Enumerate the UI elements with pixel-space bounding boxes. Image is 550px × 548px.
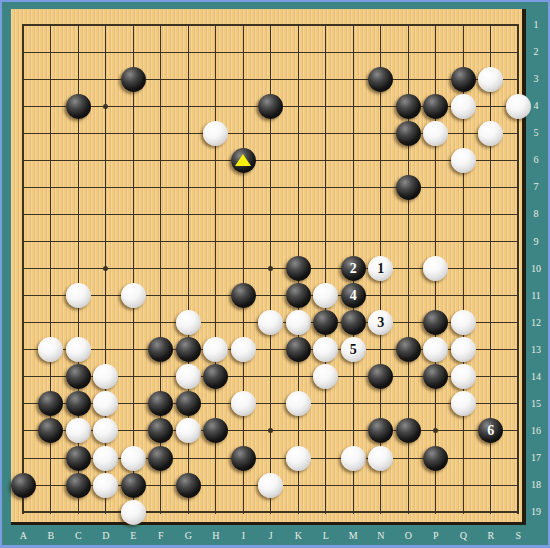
stone-black-H14[interactable] bbox=[203, 364, 228, 389]
stone-white-G14[interactable] bbox=[176, 364, 201, 389]
grid-line-vertical bbox=[243, 25, 244, 514]
row-label-9: 9 bbox=[526, 236, 546, 248]
stone-white-K15[interactable] bbox=[286, 391, 311, 416]
stone-black-C18[interactable] bbox=[66, 473, 91, 498]
stone-white-K12[interactable] bbox=[286, 310, 311, 335]
column-label-H: H bbox=[208, 530, 224, 542]
move-number: 4 bbox=[350, 289, 357, 303]
stone-black-P14[interactable] bbox=[423, 364, 448, 389]
stone-white-C11[interactable] bbox=[66, 283, 91, 308]
column-label-O: O bbox=[400, 530, 416, 542]
go-board[interactable]: 214356 bbox=[11, 9, 526, 525]
grid-line-horizontal bbox=[22, 511, 519, 513]
star-point bbox=[433, 428, 438, 433]
stone-white-L14[interactable] bbox=[313, 364, 338, 389]
stone-black-M10[interactable]: 2 bbox=[341, 256, 366, 281]
stone-white-D14[interactable] bbox=[93, 364, 118, 389]
stone-black-O5[interactable] bbox=[396, 121, 421, 146]
column-label-L: L bbox=[318, 530, 334, 542]
stone-white-I13[interactable] bbox=[231, 337, 256, 362]
stone-white-J18[interactable] bbox=[258, 473, 283, 498]
stone-black-E18[interactable] bbox=[121, 473, 146, 498]
row-label-14: 14 bbox=[526, 371, 546, 383]
row-label-19: 19 bbox=[526, 506, 546, 518]
star-point bbox=[103, 266, 108, 271]
stone-white-Q4[interactable] bbox=[451, 94, 476, 119]
column-label-M: M bbox=[345, 530, 361, 542]
grid-line-vertical bbox=[133, 25, 134, 514]
stone-white-E17[interactable] bbox=[121, 446, 146, 471]
stone-white-S4[interactable] bbox=[506, 94, 531, 119]
stone-black-K11[interactable] bbox=[286, 283, 311, 308]
column-label-J: J bbox=[263, 530, 279, 542]
stone-black-I17[interactable] bbox=[231, 446, 256, 471]
row-label-6: 6 bbox=[526, 154, 546, 166]
stone-white-E11[interactable] bbox=[121, 283, 146, 308]
row-label-17: 17 bbox=[526, 452, 546, 464]
grid-line-horizontal bbox=[22, 295, 519, 296]
stone-black-P12[interactable] bbox=[423, 310, 448, 335]
column-label-G: G bbox=[180, 530, 196, 542]
stone-black-I11[interactable] bbox=[231, 283, 256, 308]
column-label-D: D bbox=[98, 530, 114, 542]
stone-black-C4[interactable] bbox=[66, 94, 91, 119]
stone-black-K10[interactable] bbox=[286, 256, 311, 281]
stone-white-E19[interactable] bbox=[121, 500, 146, 525]
stone-black-N16[interactable] bbox=[368, 418, 393, 443]
row-label-16: 16 bbox=[526, 425, 546, 437]
stone-black-Q3[interactable] bbox=[451, 67, 476, 92]
stone-white-M17[interactable] bbox=[341, 446, 366, 471]
move-number: 6 bbox=[487, 424, 494, 438]
star-point bbox=[268, 266, 273, 271]
stone-black-M12[interactable] bbox=[341, 310, 366, 335]
stone-white-H5[interactable] bbox=[203, 121, 228, 146]
board-frame: 214356 ABCDEFGHIJKLMNOPQRS12345678910111… bbox=[2, 2, 548, 545]
stone-black-C14[interactable] bbox=[66, 364, 91, 389]
stone-black-E3[interactable] bbox=[121, 67, 146, 92]
column-label-I: I bbox=[235, 530, 251, 542]
stone-black-R16[interactable]: 6 bbox=[478, 418, 503, 443]
stone-white-G16[interactable] bbox=[176, 418, 201, 443]
stone-white-D15[interactable] bbox=[93, 391, 118, 416]
stone-black-N14[interactable] bbox=[368, 364, 393, 389]
row-label-7: 7 bbox=[526, 181, 546, 193]
row-label-1: 1 bbox=[526, 19, 546, 31]
stone-black-I6[interactable] bbox=[231, 148, 256, 173]
stone-black-C15[interactable] bbox=[66, 391, 91, 416]
row-label-12: 12 bbox=[526, 317, 546, 329]
grid-line-vertical bbox=[325, 25, 326, 514]
stone-black-P4[interactable] bbox=[423, 94, 448, 119]
stone-white-I15[interactable] bbox=[231, 391, 256, 416]
stone-black-G18[interactable] bbox=[176, 473, 201, 498]
stone-black-F16[interactable] bbox=[148, 418, 173, 443]
stone-white-M13[interactable]: 5 bbox=[341, 337, 366, 362]
column-label-Q: Q bbox=[455, 530, 471, 542]
stone-white-G12[interactable] bbox=[176, 310, 201, 335]
stone-white-N17[interactable] bbox=[368, 446, 393, 471]
stone-white-D16[interactable] bbox=[93, 418, 118, 443]
stone-black-H16[interactable] bbox=[203, 418, 228, 443]
stone-black-P17[interactable] bbox=[423, 446, 448, 471]
stone-black-O4[interactable] bbox=[396, 94, 421, 119]
stone-black-O16[interactable] bbox=[396, 418, 421, 443]
stone-black-N3[interactable] bbox=[368, 67, 393, 92]
stone-black-B16[interactable] bbox=[38, 418, 63, 443]
column-label-P: P bbox=[428, 530, 444, 542]
move-number: 1 bbox=[377, 262, 384, 276]
move-number: 5 bbox=[350, 343, 357, 357]
stone-black-G13[interactable] bbox=[176, 337, 201, 362]
stone-black-C17[interactable] bbox=[66, 446, 91, 471]
stone-white-P10[interactable] bbox=[423, 256, 448, 281]
stone-white-C16[interactable] bbox=[66, 418, 91, 443]
triangle-marker-icon bbox=[235, 154, 251, 166]
grid-line-vertical bbox=[22, 25, 24, 514]
stone-white-Q13[interactable] bbox=[451, 337, 476, 362]
stone-white-R3[interactable] bbox=[478, 67, 503, 92]
move-number: 2 bbox=[350, 262, 357, 276]
column-label-F: F bbox=[153, 530, 169, 542]
star-point bbox=[103, 104, 108, 109]
stone-white-Q6[interactable] bbox=[451, 148, 476, 173]
column-label-N: N bbox=[373, 530, 389, 542]
row-label-5: 5 bbox=[526, 127, 546, 139]
column-label-B: B bbox=[43, 530, 59, 542]
stone-black-L12[interactable] bbox=[313, 310, 338, 335]
stone-black-O13[interactable] bbox=[396, 337, 421, 362]
stone-white-C13[interactable] bbox=[66, 337, 91, 362]
row-label-10: 10 bbox=[526, 263, 546, 275]
stone-black-B15[interactable] bbox=[38, 391, 63, 416]
stone-white-J12[interactable] bbox=[258, 310, 283, 335]
stone-black-M11[interactable]: 4 bbox=[341, 283, 366, 308]
stone-white-R5[interactable] bbox=[478, 121, 503, 146]
stone-white-P5[interactable] bbox=[423, 121, 448, 146]
column-label-S: S bbox=[510, 530, 526, 542]
star-point bbox=[268, 428, 273, 433]
move-number: 3 bbox=[377, 316, 384, 330]
stone-white-Q12[interactable] bbox=[451, 310, 476, 335]
stone-white-N10[interactable]: 1 bbox=[368, 256, 393, 281]
go-diagram-screenshot: { "game": "Go", "board": { "size": 19, "… bbox=[0, 0, 550, 548]
stone-white-B13[interactable] bbox=[38, 337, 63, 362]
stone-white-Q14[interactable] bbox=[451, 364, 476, 389]
stone-black-F13[interactable] bbox=[148, 337, 173, 362]
stone-white-L13[interactable] bbox=[313, 337, 338, 362]
stone-white-K17[interactable] bbox=[286, 446, 311, 471]
column-label-K: K bbox=[290, 530, 306, 542]
row-label-18: 18 bbox=[526, 479, 546, 491]
stone-white-H13[interactable] bbox=[203, 337, 228, 362]
column-label-A: A bbox=[15, 530, 31, 542]
column-label-R: R bbox=[483, 530, 499, 542]
row-label-15: 15 bbox=[526, 398, 546, 410]
stone-black-O7[interactable] bbox=[396, 175, 421, 200]
column-label-C: C bbox=[70, 530, 86, 542]
stone-white-D18[interactable] bbox=[93, 473, 118, 498]
row-label-11: 11 bbox=[526, 290, 546, 302]
stone-black-F15[interactable] bbox=[148, 391, 173, 416]
stone-black-K13[interactable] bbox=[286, 337, 311, 362]
stone-white-P13[interactable] bbox=[423, 337, 448, 362]
stone-black-J4[interactable] bbox=[258, 94, 283, 119]
stone-black-F17[interactable] bbox=[148, 446, 173, 471]
stone-white-D17[interactable] bbox=[93, 446, 118, 471]
row-label-3: 3 bbox=[526, 73, 546, 85]
stone-white-Q15[interactable] bbox=[451, 391, 476, 416]
row-label-2: 2 bbox=[526, 46, 546, 58]
column-label-E: E bbox=[125, 530, 141, 542]
stone-white-L11[interactable] bbox=[313, 283, 338, 308]
stone-white-N12[interactable]: 3 bbox=[368, 310, 393, 335]
row-label-8: 8 bbox=[526, 208, 546, 220]
row-label-13: 13 bbox=[526, 344, 546, 356]
stone-black-A18[interactable] bbox=[11, 473, 36, 498]
stone-black-G15[interactable] bbox=[176, 391, 201, 416]
